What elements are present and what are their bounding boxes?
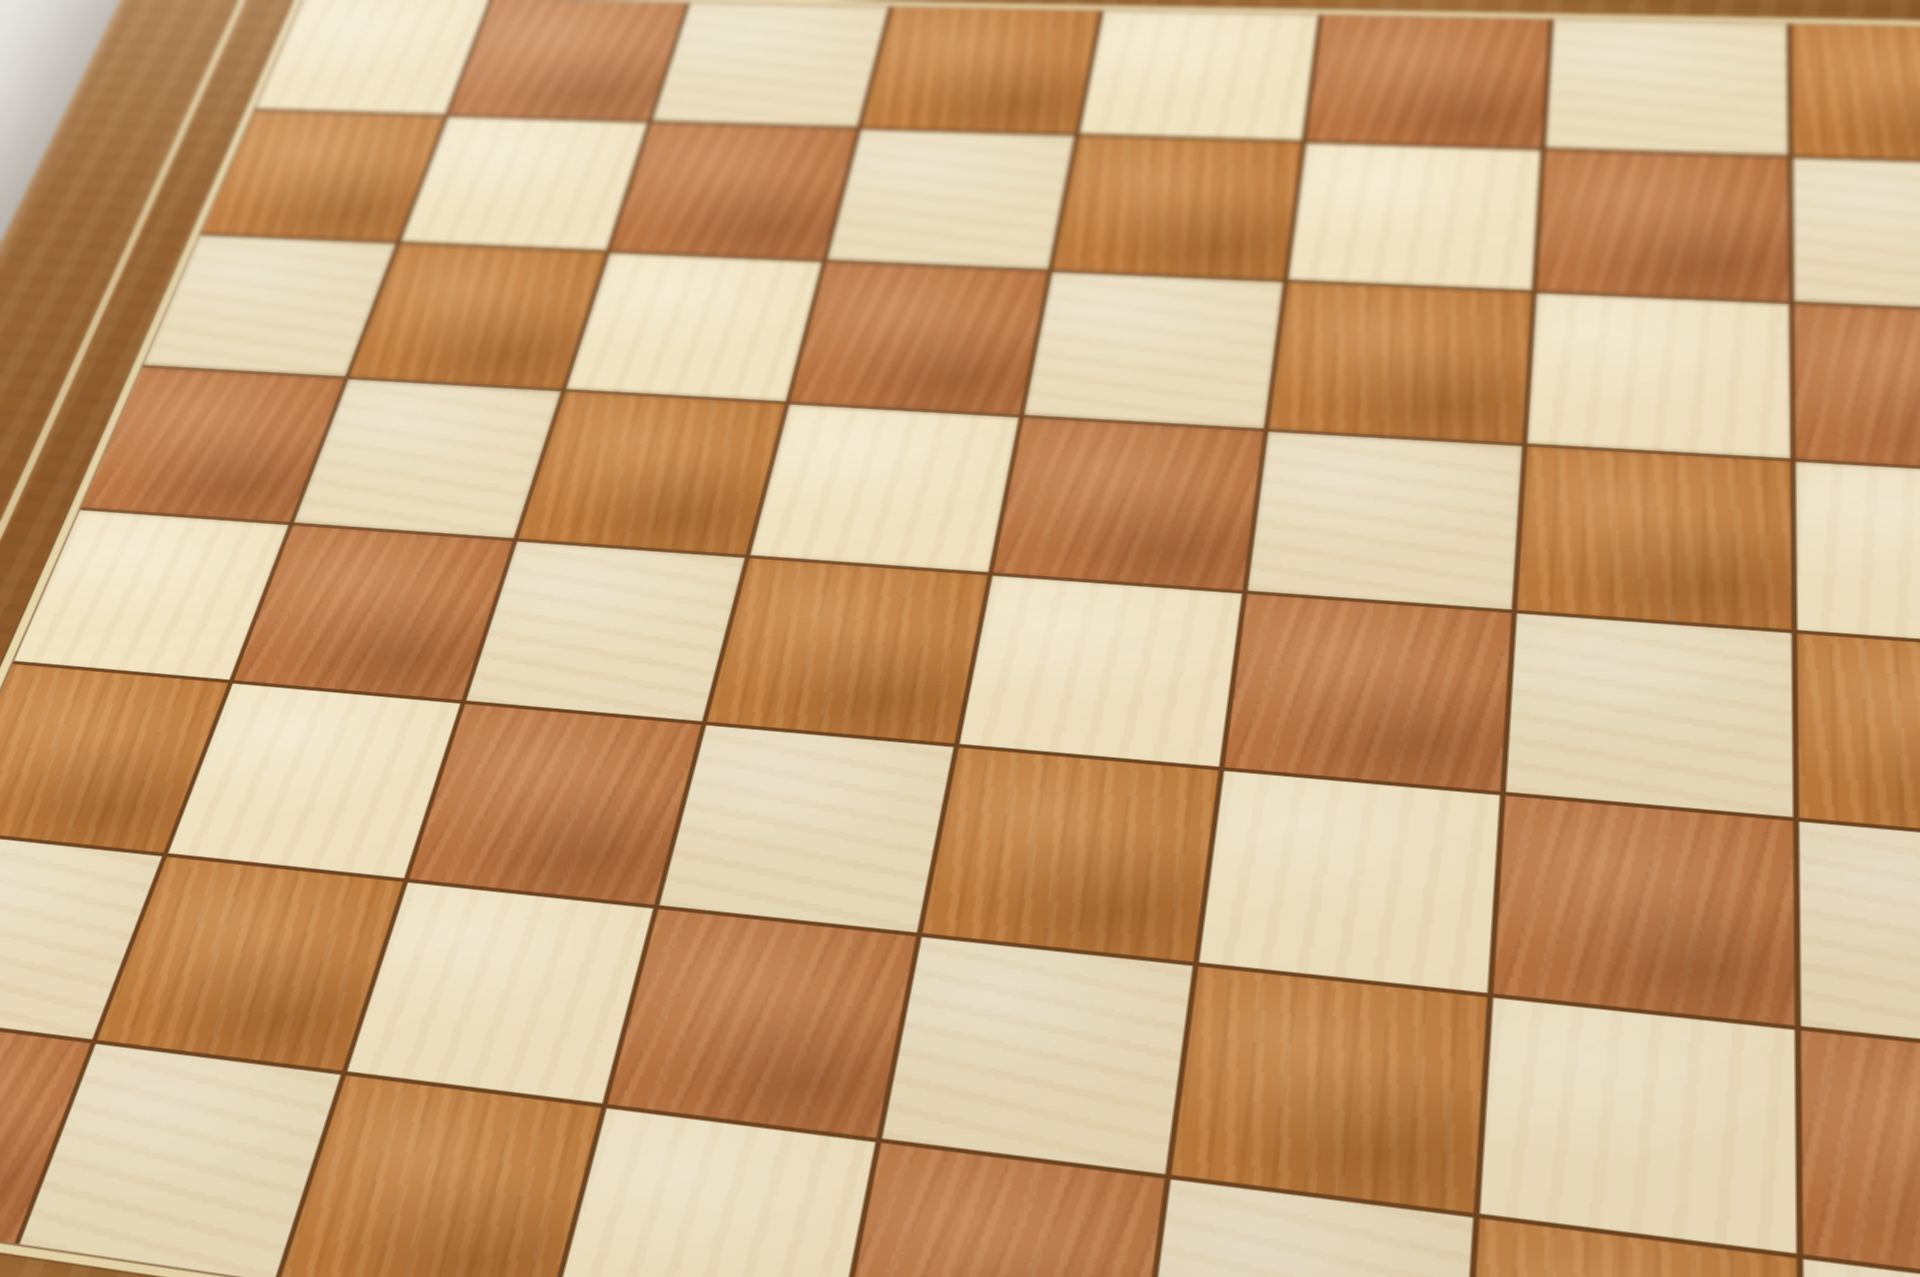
- square-d6: [790, 262, 1048, 414]
- square-f8: [1307, 15, 1548, 148]
- square-c7: [610, 123, 856, 258]
- square-d3: [659, 726, 954, 932]
- square-e8: [1079, 11, 1319, 140]
- square-e7: [1053, 136, 1302, 278]
- square-d1: [550, 1108, 875, 1277]
- square-e5: [993, 417, 1264, 590]
- square-f3: [1200, 771, 1499, 991]
- square-g8: [1544, 20, 1787, 156]
- square-g5: [1516, 446, 1791, 629]
- square-e3: [923, 748, 1220, 961]
- square-b7: [402, 117, 647, 249]
- square-h6: [1794, 304, 1920, 474]
- chess-board: [0, 0, 1920, 1277]
- square-g3: [1492, 796, 1794, 1024]
- photo-scene: [0, 0, 1920, 1277]
- square-g6: [1526, 292, 1789, 457]
- square-h5: [1795, 461, 1920, 650]
- square-c3: [408, 704, 700, 903]
- square-b6: [350, 243, 605, 388]
- square-e4: [959, 576, 1242, 768]
- square-g7: [1536, 151, 1789, 301]
- square-h7: [1792, 158, 1920, 312]
- square-f5: [1248, 431, 1520, 609]
- square-h3: [1798, 822, 1920, 1059]
- square-c4: [465, 541, 744, 721]
- square-d4: [706, 558, 987, 744]
- square-g2: [1478, 997, 1795, 1253]
- squares-grid: [0, 0, 1920, 1277]
- square-f2: [1172, 966, 1486, 1213]
- square-e6: [1024, 272, 1284, 429]
- square-c6: [565, 252, 821, 401]
- square-f7: [1289, 143, 1539, 289]
- square-h4: [1797, 634, 1920, 845]
- square-h2: [1800, 1029, 1920, 1277]
- square-d8: [861, 7, 1099, 134]
- square-g4: [1504, 613, 1792, 817]
- square-c2: [346, 881, 653, 1102]
- square-d2: [607, 908, 916, 1137]
- square-b8: [450, 0, 685, 121]
- square-d7: [827, 130, 1075, 269]
- square-h8: [1791, 24, 1920, 163]
- square-f4: [1225, 594, 1510, 792]
- square-e2: [882, 936, 1194, 1174]
- square-d5: [750, 404, 1019, 572]
- square-c5: [517, 391, 784, 554]
- square-f6: [1270, 282, 1531, 443]
- square-c8: [651, 3, 888, 127]
